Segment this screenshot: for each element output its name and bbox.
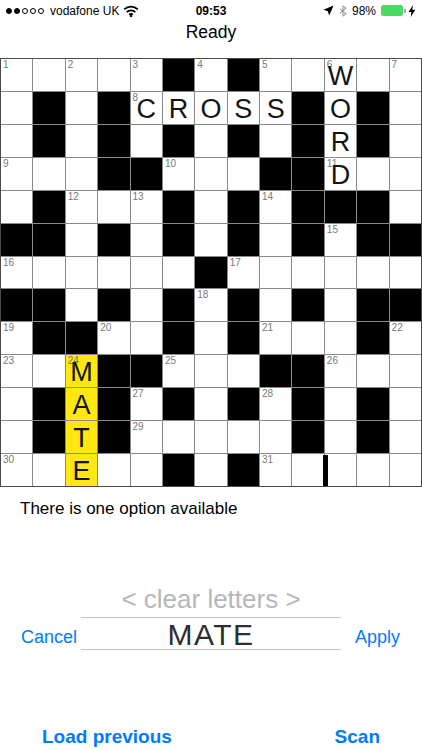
grid-cell[interactable]: 13 [131, 191, 162, 223]
grid-cell[interactable] [292, 322, 323, 354]
cell-letter: S [260, 96, 291, 123]
cell-letter: W [325, 63, 356, 90]
grid-cell[interactable]: 17 [228, 257, 259, 289]
clue-number: 28 [262, 388, 273, 399]
grid-cell[interactable] [325, 388, 356, 420]
grid-cell[interactable]: R [325, 125, 356, 157]
grid-cell[interactable] [357, 59, 388, 91]
grid-cell-block [357, 92, 388, 124]
picker-separator-bottom [81, 649, 341, 650]
grid-cell[interactable] [131, 289, 162, 321]
clue-number: 12 [68, 191, 79, 202]
grid-cell-block [33, 322, 64, 354]
grid-cell[interactable] [228, 355, 259, 387]
clue-number: 27 [133, 388, 144, 399]
grid-cell[interactable] [292, 454, 323, 486]
grid-cell-block [390, 289, 421, 321]
grid-cell[interactable] [325, 257, 356, 289]
grid-cell[interactable] [325, 421, 356, 453]
cell-letter: R [325, 129, 356, 156]
location-icon [323, 5, 334, 16]
grid-cell[interactable] [98, 191, 129, 223]
grid-cell[interactable]: 1 [1, 59, 32, 91]
charging-bolt-icon [408, 5, 416, 17]
grid-cell-block [228, 454, 259, 486]
grid-cell-block [292, 224, 323, 256]
grid-cell-block [228, 322, 259, 354]
grid-cell[interactable]: 27 [131, 388, 162, 420]
grid-cell-block [163, 388, 194, 420]
cell-letter: D [325, 162, 356, 189]
grid-cell[interactable] [33, 355, 64, 387]
status-message: There is one option available [20, 499, 237, 519]
grid-cell[interactable] [131, 454, 162, 486]
grid-cell-block [292, 289, 323, 321]
grid-cell[interactable] [390, 257, 421, 289]
grid-cell[interactable]: S [228, 92, 259, 124]
cell-letter: O [195, 96, 226, 123]
clue-number: 22 [392, 322, 403, 333]
status-bar: vodafone UK 09:53 98% [0, 0, 422, 21]
grid-cell-block [33, 421, 64, 453]
grid-cell[interactable]: 7 [390, 59, 421, 91]
grid-cell-block [292, 388, 323, 420]
grid-cell[interactable] [163, 257, 194, 289]
grid-cell-block [292, 421, 323, 453]
grid-cell-block [228, 224, 259, 256]
cancel-button[interactable]: Cancel [21, 627, 77, 648]
grid-cell[interactable] [325, 289, 356, 321]
grid-cell[interactable] [163, 421, 194, 453]
grid-cell-block [33, 224, 64, 256]
clue-number: 17 [230, 257, 241, 268]
grid-cell-block [163, 59, 194, 91]
grid-cell[interactable] [228, 158, 259, 190]
grid-cell-block [260, 355, 291, 387]
clue-number: 31 [262, 454, 273, 465]
grid-cell[interactable] [131, 125, 162, 157]
grid-cell-block [228, 125, 259, 157]
grid-cell[interactable] [195, 322, 226, 354]
grid-cell[interactable]: 28 [260, 388, 291, 420]
grid-cell-block [357, 388, 388, 420]
grid-cell-block [98, 92, 129, 124]
grid-cell[interactable] [66, 92, 97, 124]
clue-number: 30 [3, 454, 14, 465]
grid-cell-block [98, 421, 129, 453]
grid-cell[interactable] [66, 158, 97, 190]
cell-letter: S [228, 96, 259, 123]
grid-cell[interactable]: 23 [1, 355, 32, 387]
scan-button[interactable]: Scan [335, 726, 380, 748]
clue-number: 29 [133, 421, 144, 432]
grid-cell[interactable] [195, 388, 226, 420]
grid-cell-block [228, 289, 259, 321]
grid-cell[interactable] [260, 289, 291, 321]
apply-button[interactable]: Apply [355, 627, 400, 648]
grid-cell[interactable]: A [66, 388, 97, 420]
grid-cell[interactable] [131, 257, 162, 289]
picker-option-clear-letters[interactable]: < clear letters > [0, 584, 422, 615]
grid-cell[interactable]: E [66, 454, 97, 486]
grid-cell[interactable] [98, 59, 129, 91]
grid-cell[interactable] [66, 125, 97, 157]
grid-cell[interactable] [195, 224, 226, 256]
clue-number: 3 [133, 59, 139, 70]
grid-cell-block [228, 388, 259, 420]
grid-cell[interactable] [66, 257, 97, 289]
clue-number: 5 [262, 59, 268, 70]
grid-cell[interactable]: 20 [98, 322, 129, 354]
grid-cell[interactable]: 24M [66, 355, 97, 387]
grid-cell-block [357, 224, 388, 256]
grid-cell-block [98, 388, 129, 420]
grid-cell[interactable] [357, 355, 388, 387]
grid-cell[interactable] [1, 191, 32, 223]
grid-cell[interactable] [98, 454, 129, 486]
grid-cell-block [163, 322, 194, 354]
grid-cell-block [357, 322, 388, 354]
grid-cell-block [163, 454, 194, 486]
grid-cell[interactable]: 5 [260, 59, 291, 91]
grid-cell[interactable]: 25 [163, 355, 194, 387]
clue-number: 23 [3, 355, 14, 366]
crossword-grid[interactable]: 123456W78CROSSOR91011D121314151617181920… [0, 58, 422, 487]
grid-cell[interactable] [1, 92, 32, 124]
grid-cell[interactable]: 16 [1, 257, 32, 289]
grid-cell-block [292, 355, 323, 387]
clue-number: 25 [165, 355, 176, 366]
grid-cell[interactable]: 26 [325, 355, 356, 387]
grid-cell[interactable]: 11D [325, 158, 356, 190]
grid-cell-block [163, 289, 194, 321]
cell-letter: T [66, 425, 97, 452]
grid-cell[interactable]: 21 [260, 322, 291, 354]
grid-cell-block [66, 322, 97, 354]
grid-cell[interactable] [33, 59, 64, 91]
grid-cell[interactable] [357, 257, 388, 289]
cell-letter: C [131, 96, 162, 123]
grid-cell[interactable] [195, 421, 226, 453]
clue-number: 7 [392, 59, 398, 70]
grid-cell[interactable] [195, 158, 226, 190]
cell-letter: R [163, 96, 194, 123]
grid-cell-block [357, 125, 388, 157]
grid-cell-block [260, 158, 291, 190]
grid-cell[interactable]: 14 [260, 191, 291, 223]
grid-cell[interactable] [390, 92, 421, 124]
grid-cell-block [33, 125, 64, 157]
grid-cell-block [98, 355, 129, 387]
grid-cell-block [357, 191, 388, 223]
grid-cell[interactable]: 15 [325, 224, 356, 256]
battery-percent: 98% [352, 4, 376, 18]
grid-cell[interactable] [66, 224, 97, 256]
grid-cell[interactable]: 10 [163, 158, 194, 190]
grid-cell-block [98, 224, 129, 256]
grid-cell-block [98, 158, 129, 190]
grid-cell[interactable] [98, 257, 129, 289]
grid-cell[interactable] [228, 421, 259, 453]
grid-cell-block [163, 125, 194, 157]
grid-cell[interactable] [260, 125, 291, 157]
grid-cell[interactable]: 6W [325, 59, 356, 91]
grid-cell[interactable] [390, 191, 421, 223]
grid-cell[interactable] [260, 421, 291, 453]
crossword-grid-wrap: 123456W78CROSSOR91011D121314151617181920… [0, 58, 422, 487]
load-previous-button[interactable]: Load previous [42, 726, 172, 748]
grid-cell[interactable]: 2 [66, 59, 97, 91]
grid-cell[interactable]: R [163, 92, 194, 124]
page-title: Ready [0, 22, 422, 43]
grid-cell-block [163, 224, 194, 256]
grid-cell[interactable] [260, 224, 291, 256]
grid-cell-block [131, 158, 162, 190]
scan-artifact-line [323, 455, 328, 486]
clue-number: 18 [197, 289, 208, 300]
grid-cell[interactable] [390, 454, 421, 486]
grid-cell[interactable]: 9 [1, 158, 32, 190]
grid-cell[interactable] [131, 224, 162, 256]
cell-letter: O [325, 96, 356, 123]
grid-cell-block [228, 191, 259, 223]
grid-cell-block [1, 289, 32, 321]
grid-cell[interactable]: 19 [1, 322, 32, 354]
grid-cell[interactable] [195, 355, 226, 387]
clue-number: 2 [68, 59, 74, 70]
grid-cell-block [1, 224, 32, 256]
grid-cell-block [325, 191, 356, 223]
grid-cell-block [98, 289, 129, 321]
clue-number: 20 [100, 322, 111, 333]
clue-number: 13 [133, 191, 144, 202]
grid-cell[interactable] [1, 388, 32, 420]
grid-cell[interactable] [390, 421, 421, 453]
grid-cell-block [33, 289, 64, 321]
grid-cell[interactable]: 3 [131, 59, 162, 91]
clue-number: 16 [3, 257, 14, 268]
grid-cell-block [292, 158, 323, 190]
grid-cell-block [292, 125, 323, 157]
clue-number: 21 [262, 322, 273, 333]
grid-cell-block [357, 289, 388, 321]
grid-cell[interactable] [292, 257, 323, 289]
grid-cell[interactable] [195, 454, 226, 486]
grid-cell[interactable] [260, 257, 291, 289]
grid-cell[interactable] [325, 322, 356, 354]
bluetooth-icon [339, 5, 347, 17]
grid-cell[interactable] [33, 257, 64, 289]
clue-number: 9 [3, 158, 9, 169]
grid-cell-block [33, 388, 64, 420]
grid-cell[interactable] [390, 388, 421, 420]
grid-cell[interactable] [1, 421, 32, 453]
cell-letter: M [66, 359, 97, 386]
grid-cell-block [33, 191, 64, 223]
clue-number: 15 [327, 224, 338, 235]
grid-cell[interactable]: 18 [195, 289, 226, 321]
grid-cell[interactable] [357, 454, 388, 486]
grid-cell-block [228, 59, 259, 91]
grid-cell[interactable] [357, 158, 388, 190]
grid-cell[interactable] [1, 125, 32, 157]
grid-cell-block [292, 92, 323, 124]
grid-cell-block [131, 355, 162, 387]
clue-number: 1 [3, 59, 9, 70]
grid-cell[interactable] [131, 322, 162, 354]
grid-cell[interactable]: 22 [390, 322, 421, 354]
battery-icon [381, 5, 403, 16]
cell-letter: A [66, 392, 97, 419]
grid-cell[interactable]: O [195, 92, 226, 124]
clue-number: 14 [262, 191, 273, 202]
grid-cell[interactable]: 12 [66, 191, 97, 223]
grid-cell-block [163, 191, 194, 223]
grid-cell[interactable]: 8C [131, 92, 162, 124]
cell-letter: E [66, 458, 97, 485]
grid-cell[interactable]: 29 [131, 421, 162, 453]
grid-cell[interactable] [66, 289, 97, 321]
grid-cell-block [33, 92, 64, 124]
clue-number: 10 [165, 158, 176, 169]
grid-cell[interactable] [33, 158, 64, 190]
grid-cell-block [195, 257, 226, 289]
clue-number: 4 [197, 59, 203, 70]
clue-number: 19 [3, 322, 14, 333]
grid-cell[interactable]: 30 [1, 454, 32, 486]
grid-cell[interactable] [390, 125, 421, 157]
grid-cell[interactable] [33, 454, 64, 486]
grid-cell[interactable] [195, 191, 226, 223]
grid-cell[interactable]: 31 [260, 454, 291, 486]
grid-cell[interactable]: O [325, 92, 356, 124]
grid-cell[interactable]: 4 [195, 59, 226, 91]
grid-cell[interactable] [292, 59, 323, 91]
grid-cell[interactable]: S [260, 92, 291, 124]
grid-cell-block [292, 191, 323, 223]
grid-cell[interactable]: T [66, 421, 97, 453]
grid-cell-block [390, 224, 421, 256]
clue-number: 26 [327, 355, 338, 366]
grid-cell[interactable] [325, 454, 356, 486]
grid-cell[interactable] [390, 355, 421, 387]
grid-cell-block [98, 125, 129, 157]
grid-cell-block [357, 421, 388, 453]
grid-cell[interactable] [195, 125, 226, 157]
grid-cell[interactable] [390, 158, 421, 190]
